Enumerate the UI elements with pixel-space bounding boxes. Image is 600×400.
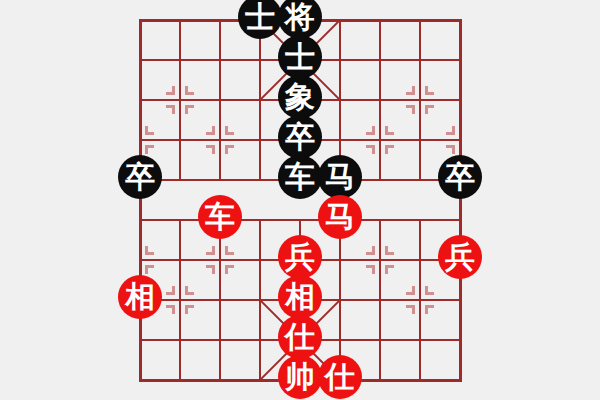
point-marker — [172, 286, 175, 295]
point-marker — [145, 126, 148, 135]
point-marker — [212, 246, 215, 255]
grid-line-vertical — [259, 20, 261, 180]
point-marker — [225, 145, 228, 154]
piece-red-soldier[interactable]: 兵 — [438, 235, 482, 279]
point-marker — [145, 145, 148, 154]
point-marker — [372, 265, 375, 274]
point-marker — [172, 86, 175, 95]
grid-line-vertical — [259, 220, 261, 380]
point-marker — [225, 265, 228, 274]
grid-line-vertical — [379, 20, 381, 180]
piece-black-chariot[interactable]: 车 — [278, 155, 322, 199]
grid-line-vertical — [219, 220, 221, 380]
point-marker — [145, 246, 148, 255]
app-background: 士将士象卒卒车马卒车马兵兵相相仕帅仕 — [0, 0, 600, 400]
grid-line-vertical — [179, 220, 181, 380]
grid-line-vertical — [179, 20, 181, 180]
grid-line-vertical — [379, 220, 381, 380]
grid-line-vertical — [219, 20, 221, 180]
grid-line-vertical — [419, 220, 421, 380]
point-marker — [212, 145, 215, 154]
grid-line-vertical — [419, 20, 421, 180]
piece-black-soldier[interactable]: 卒 — [278, 115, 322, 159]
point-marker — [452, 145, 455, 154]
piece-red-elephant[interactable]: 相 — [278, 275, 322, 319]
piece-black-horse[interactable]: 马 — [318, 155, 362, 199]
piece-red-elephant[interactable]: 相 — [118, 275, 162, 319]
piece-black-soldier[interactable]: 卒 — [438, 155, 482, 199]
piece-red-general[interactable]: 帅 — [278, 355, 322, 399]
piece-red-chariot[interactable]: 车 — [198, 195, 242, 239]
point-marker — [412, 305, 415, 314]
point-marker — [172, 105, 175, 114]
piece-black-advisor[interactable]: 士 — [278, 35, 322, 79]
point-marker — [385, 265, 388, 274]
point-marker — [145, 265, 148, 274]
point-marker — [185, 305, 188, 314]
piece-black-soldier[interactable]: 卒 — [118, 155, 162, 199]
point-marker — [185, 286, 188, 295]
point-marker — [225, 126, 228, 135]
point-marker — [425, 105, 428, 114]
piece-black-elephant[interactable]: 象 — [278, 75, 322, 119]
point-marker — [185, 105, 188, 114]
piece-red-advisor[interactable]: 仕 — [278, 315, 322, 359]
piece-red-advisor[interactable]: 仕 — [318, 355, 362, 399]
point-marker — [425, 305, 428, 314]
point-marker — [372, 246, 375, 255]
point-marker — [412, 286, 415, 295]
point-marker — [385, 145, 388, 154]
point-marker — [385, 126, 388, 135]
xiangqi-board: 士将士象卒卒车马卒车马兵兵相相仕帅仕 — [0, 0, 600, 400]
piece-red-horse[interactable]: 马 — [318, 195, 362, 239]
point-marker — [452, 126, 455, 135]
piece-red-soldier[interactable]: 兵 — [278, 235, 322, 279]
point-marker — [212, 126, 215, 135]
point-marker — [385, 246, 388, 255]
point-marker — [412, 86, 415, 95]
point-marker — [412, 105, 415, 114]
point-marker — [425, 286, 428, 295]
point-marker — [212, 265, 215, 274]
point-marker — [372, 126, 375, 135]
point-marker — [185, 86, 188, 95]
point-marker — [225, 246, 228, 255]
point-marker — [172, 305, 175, 314]
point-marker — [372, 145, 375, 154]
point-marker — [425, 86, 428, 95]
